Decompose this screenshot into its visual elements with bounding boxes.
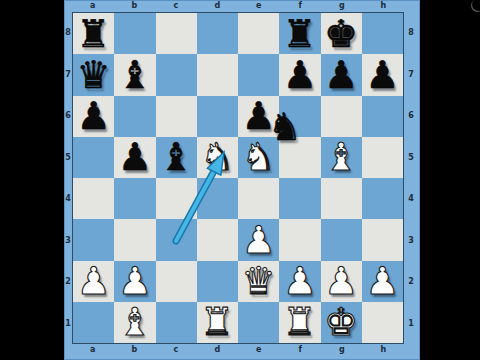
rank-label-6: 6 bbox=[403, 95, 419, 137]
piece-black-pawn-b5[interactable]: ♟ bbox=[118, 138, 152, 176]
square-c4[interactable] bbox=[156, 178, 197, 219]
file-label-g: g bbox=[321, 1, 363, 12]
square-f8[interactable]: ♜ bbox=[279, 13, 320, 54]
square-g6[interactable] bbox=[321, 96, 362, 137]
black-to-move-indicator bbox=[472, 0, 480, 11]
square-a8[interactable]: ♜ bbox=[73, 13, 114, 54]
rank-labels-left: 87654321 bbox=[64, 12, 72, 344]
square-a5[interactable] bbox=[73, 137, 114, 178]
rank-label-4: 4 bbox=[403, 178, 419, 220]
piece-black-bishop-c5[interactable]: ♝ bbox=[159, 138, 193, 176]
square-d5[interactable]: ♞ bbox=[197, 137, 238, 178]
square-a4[interactable] bbox=[73, 178, 114, 219]
piece-white-queen-e2[interactable]: ♛ bbox=[242, 262, 276, 300]
piece-white-pawn-f2[interactable]: ♟ bbox=[283, 262, 317, 300]
file-label-b: b bbox=[114, 345, 156, 358]
square-d2[interactable] bbox=[197, 261, 238, 302]
square-a7[interactable]: ♛ bbox=[73, 54, 114, 95]
rank-label-2: 2 bbox=[403, 261, 419, 303]
square-b7[interactable]: ♝ bbox=[114, 54, 155, 95]
square-h5[interactable] bbox=[362, 137, 403, 178]
file-label-f: f bbox=[280, 345, 322, 358]
square-f6[interactable]: ♞ bbox=[279, 96, 320, 137]
rank-label-2: 2 bbox=[64, 261, 72, 303]
file-label-a: a bbox=[72, 1, 114, 12]
rank-labels-right: 87654321 bbox=[403, 12, 419, 344]
file-label-d: d bbox=[197, 345, 239, 358]
rank-label-1: 1 bbox=[64, 303, 72, 345]
square-h7[interactable]: ♟ bbox=[362, 54, 403, 95]
square-f7[interactable]: ♟ bbox=[279, 54, 320, 95]
rank-label-8: 8 bbox=[64, 12, 72, 54]
piece-black-rook-a8[interactable]: ♜ bbox=[77, 15, 111, 53]
square-b5[interactable]: ♟ bbox=[114, 137, 155, 178]
file-label-e: e bbox=[238, 345, 280, 358]
rank-label-7: 7 bbox=[403, 54, 419, 96]
rank-label-7: 7 bbox=[64, 54, 72, 96]
piece-white-knight-d5[interactable]: ♞ bbox=[200, 138, 234, 176]
square-e4[interactable] bbox=[238, 178, 279, 219]
square-c1[interactable] bbox=[156, 302, 197, 343]
piece-white-pawn-h2[interactable]: ♟ bbox=[365, 262, 399, 300]
square-a1[interactable] bbox=[73, 302, 114, 343]
rank-label-4: 4 bbox=[64, 178, 72, 220]
square-f4[interactable] bbox=[279, 178, 320, 219]
square-f1[interactable]: ♜ bbox=[279, 302, 320, 343]
square-e3[interactable]: ♟ bbox=[238, 219, 279, 260]
square-h3[interactable] bbox=[362, 219, 403, 260]
rank-label-8: 8 bbox=[403, 12, 419, 54]
square-b4[interactable] bbox=[114, 178, 155, 219]
square-c2[interactable] bbox=[156, 261, 197, 302]
file-labels-top: abcdefgh bbox=[72, 1, 404, 12]
file-label-h: h bbox=[363, 1, 405, 12]
square-a2[interactable]: ♟ bbox=[73, 261, 114, 302]
rank-label-3: 3 bbox=[403, 220, 419, 262]
piece-white-pawn-b2[interactable]: ♟ bbox=[118, 262, 152, 300]
square-f3[interactable] bbox=[279, 219, 320, 260]
piece-white-pawn-e3[interactable]: ♟ bbox=[242, 221, 276, 259]
square-c8[interactable] bbox=[156, 13, 197, 54]
rank-label-6: 6 bbox=[64, 95, 72, 137]
file-label-c: c bbox=[155, 345, 197, 358]
square-e2[interactable]: ♛ bbox=[238, 261, 279, 302]
square-c6[interactable] bbox=[156, 96, 197, 137]
square-g4[interactable] bbox=[321, 178, 362, 219]
square-d1[interactable]: ♜ bbox=[197, 302, 238, 343]
square-c3[interactable] bbox=[156, 219, 197, 260]
piece-black-pawn-h7[interactable]: ♟ bbox=[365, 56, 399, 94]
square-e7[interactable] bbox=[238, 54, 279, 95]
rank-label-1: 1 bbox=[403, 303, 419, 345]
rank-label-5: 5 bbox=[64, 137, 72, 179]
square-a6[interactable]: ♟ bbox=[73, 96, 114, 137]
piece-white-bishop-b1[interactable]: ♝ bbox=[118, 303, 152, 341]
square-e8[interactable] bbox=[238, 13, 279, 54]
square-b3[interactable] bbox=[114, 219, 155, 260]
square-d3[interactable] bbox=[197, 219, 238, 260]
square-h8[interactable] bbox=[362, 13, 403, 54]
square-d8[interactable] bbox=[197, 13, 238, 54]
square-g8[interactable]: ♚ bbox=[321, 13, 362, 54]
piece-black-pawn-g7[interactable]: ♟ bbox=[324, 56, 358, 94]
board-grid: ♜♜♚♛♝♟♟♟♟♟♞♟♝♞♞♝♟♟♟♛♟♟♟♝♜♜♚ bbox=[73, 13, 403, 343]
square-a3[interactable] bbox=[73, 219, 114, 260]
piece-black-pawn-a6[interactable]: ♟ bbox=[77, 97, 111, 135]
square-d6[interactable] bbox=[197, 96, 238, 137]
piece-white-king-g1[interactable]: ♚ bbox=[324, 303, 358, 341]
file-label-b: b bbox=[114, 1, 156, 12]
piece-black-pawn-f7[interactable]: ♟ bbox=[283, 56, 317, 94]
square-d4[interactable] bbox=[197, 178, 238, 219]
file-label-a: a bbox=[72, 345, 114, 358]
square-h2[interactable]: ♟ bbox=[362, 261, 403, 302]
board-squares-area: ♜♜♚♛♝♟♟♟♟♟♞♟♝♞♞♝♟♟♟♛♟♟♟♝♜♜♚ bbox=[72, 12, 404, 344]
square-g7[interactable]: ♟ bbox=[321, 54, 362, 95]
square-h6[interactable] bbox=[362, 96, 403, 137]
rank-label-5: 5 bbox=[403, 137, 419, 179]
square-g5[interactable]: ♝ bbox=[321, 137, 362, 178]
piece-white-bishop-g5[interactable]: ♝ bbox=[324, 138, 358, 176]
rank-label-3: 3 bbox=[64, 220, 72, 262]
piece-white-rook-d1[interactable]: ♜ bbox=[200, 303, 234, 341]
square-e1[interactable] bbox=[238, 302, 279, 343]
file-label-c: c bbox=[155, 1, 197, 12]
file-label-f: f bbox=[280, 1, 322, 12]
chess-board: abcdefgh abcdefgh 87654321 87654321 ♜♜♚♛… bbox=[64, 0, 420, 360]
piece-black-bishop-b7[interactable]: ♝ bbox=[118, 56, 152, 94]
square-g1[interactable]: ♚ bbox=[321, 302, 362, 343]
piece-black-rook-f8[interactable]: ♜ bbox=[283, 15, 317, 53]
square-g2[interactable]: ♟ bbox=[321, 261, 362, 302]
file-label-h: h bbox=[363, 345, 405, 358]
square-h1[interactable] bbox=[362, 302, 403, 343]
piece-black-king-g8[interactable]: ♚ bbox=[324, 15, 358, 53]
piece-black-queen-a7[interactable]: ♛ bbox=[77, 56, 111, 94]
square-b2[interactable]: ♟ bbox=[114, 261, 155, 302]
square-b1[interactable]: ♝ bbox=[114, 302, 155, 343]
square-b8[interactable] bbox=[114, 13, 155, 54]
square-c7[interactable] bbox=[156, 54, 197, 95]
file-label-d: d bbox=[197, 1, 239, 12]
square-f2[interactable]: ♟ bbox=[279, 261, 320, 302]
square-c5[interactable]: ♝ bbox=[156, 137, 197, 178]
file-label-g: g bbox=[321, 345, 363, 358]
piece-white-pawn-a2[interactable]: ♟ bbox=[77, 262, 111, 300]
video-frame: abcdefgh abcdefgh 87654321 87654321 ♜♜♚♛… bbox=[0, 0, 480, 360]
piece-white-rook-f1[interactable]: ♜ bbox=[283, 303, 317, 341]
square-h4[interactable] bbox=[362, 178, 403, 219]
square-d7[interactable] bbox=[197, 54, 238, 95]
square-g3[interactable] bbox=[321, 219, 362, 260]
file-label-e: e bbox=[238, 1, 280, 12]
piece-black-knight-f6[interactable]: ♞ bbox=[268, 108, 302, 146]
file-labels-bottom: abcdefgh bbox=[72, 345, 404, 358]
square-b6[interactable] bbox=[114, 96, 155, 137]
piece-white-pawn-g2[interactable]: ♟ bbox=[324, 262, 358, 300]
